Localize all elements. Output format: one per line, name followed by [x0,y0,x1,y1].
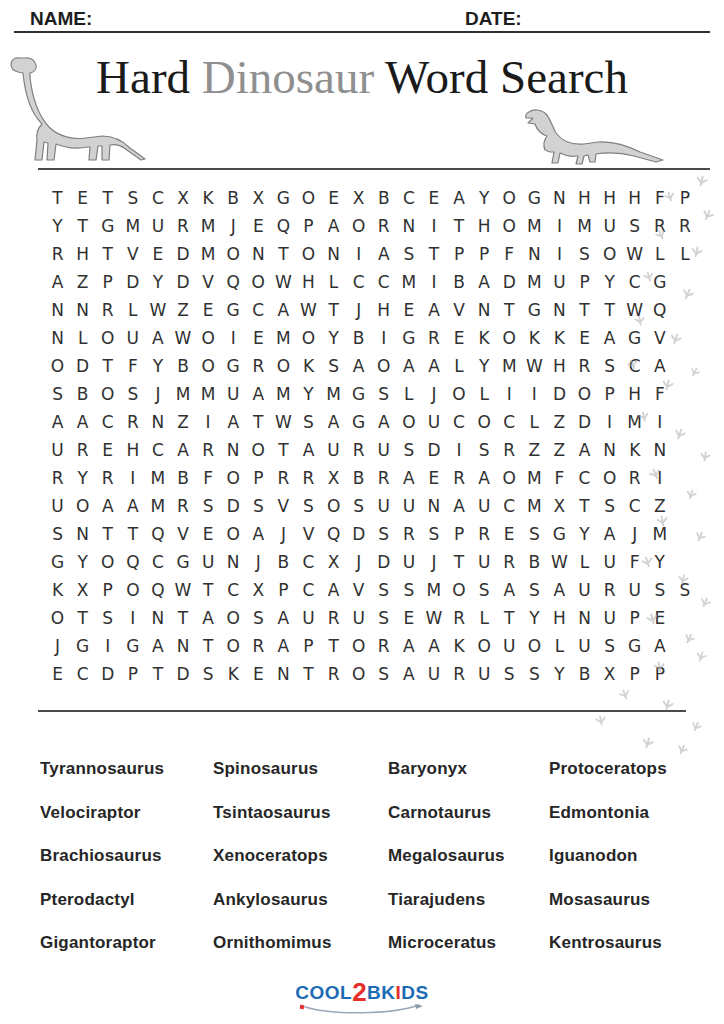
grid-cell: O [597,464,622,492]
grid-cell: O [597,240,622,268]
grid-cell: A [396,632,421,660]
grid-cell: R [45,240,70,268]
grid-cell: N [70,296,95,324]
grid-cell: O [396,408,421,436]
grid-cell: T [447,548,472,576]
grid-cell: Q [271,212,296,240]
word-list-column-2: SpinosaurusTsintaosaurusXenoceratopsAnky… [213,760,332,978]
grid-cell: Z [170,296,195,324]
dino-footprint-icon [688,719,704,735]
grid-cell: T [196,576,221,604]
grid-cell: A [396,352,421,380]
grid-cell: Q [145,520,170,548]
grid-cell: R [447,660,472,688]
grid-cell: A [271,296,296,324]
grid-cell: I [120,604,145,632]
grid-cell: A [547,576,572,604]
word-list-item: Protoceratops [549,760,667,778]
grid-cell: M [170,380,195,408]
grid-cell: H [547,604,572,632]
grid-cell: H [120,436,145,464]
grid-cell: E [396,604,421,632]
grid-cell: P [472,240,497,268]
grid-cell: O [221,520,246,548]
grid-cell: M [271,380,296,408]
grid-cell: A [396,464,421,492]
grid-cell: S [597,352,622,380]
word-list-item: Tsintaosaurus [213,804,332,822]
grid-cell: R [346,436,371,464]
grid-cell: L [672,240,697,268]
grid-cell: A [497,576,522,604]
grid-cell: R [497,548,522,576]
grid-cell: W [622,296,647,324]
logo-letter-group: BK [367,982,395,1003]
grid-cell: C [145,184,170,212]
grid-cell [672,408,697,436]
grid-cell: P [246,464,271,492]
grid-cell: T [421,240,446,268]
grid-cell: Y [45,212,70,240]
grid-cell: U [472,548,497,576]
grid-cell [672,268,697,296]
cool2bkids-logo: COOL2BKIDS [295,982,429,1004]
grid-cell: G [120,632,145,660]
grid-cell: G [221,296,246,324]
grid-cell: L [321,268,346,296]
grid-cell [672,436,697,464]
grid-cell: G [522,296,547,324]
word-list-item: Edmontonia [549,804,667,822]
grid-cell: P [296,212,321,240]
grid-cell: L [396,380,421,408]
dino-footprint-icon [617,687,632,702]
grid-cell: R [321,604,346,632]
grid-cell: D [572,408,597,436]
grid-cell: Z [170,408,195,436]
word-list-column-4: ProtoceratopsEdmontoniaIguanodonMosasaur… [549,760,667,978]
grid-cell: J [421,380,446,408]
word-list-column-1: TyrannosaurusVelociraptorBrachiosaurusPt… [40,760,164,978]
grid-cell: D [170,240,195,268]
grid-cell: G [346,408,371,436]
grid-cell: R [597,576,622,604]
grid-cell: O [321,492,346,520]
grid-cell: U [371,436,396,464]
grid-cell: O [522,632,547,660]
grid-cell: G [170,548,195,576]
grid-cell: X [321,464,346,492]
grid-cell: I [421,268,446,296]
grid-cell: F [547,464,572,492]
grid-cell: K [45,576,70,604]
grid-cell: V [647,324,672,352]
grid-cell: A [572,436,597,464]
grid-cell: K [296,352,321,380]
grid-cell: S [371,576,396,604]
logo-letter-group: COOL [295,982,352,1003]
grid-cell: N [647,436,672,464]
grid-cell: O [497,212,522,240]
grid-cell: D [421,436,446,464]
grid-cell: S [522,660,547,688]
grid-cell: S [522,576,547,604]
grid-cell: I [447,436,472,464]
grid-bottom-rule [38,710,686,712]
logo-letter-group: 2 [352,977,367,1007]
grid-cell: O [45,604,70,632]
word-list-column-3: BaryonyxCarnotaurusMegalosaurusTiarajude… [388,760,505,978]
grid-cell: M [196,380,221,408]
grid-cell: O [45,352,70,380]
grid-cell: E [321,184,346,212]
grid-cell: S [296,408,321,436]
grid-cell: U [145,212,170,240]
grid-cell: A [271,632,296,660]
grid-cell: J [346,296,371,324]
grid-cell: O [95,548,120,576]
grid-cell: L [447,352,472,380]
grid-cell: J [145,380,170,408]
grid-cell: R [421,324,446,352]
grid-cell: U [547,268,572,296]
grid-cell: Y [597,268,622,296]
grid-cell: M [396,268,421,296]
dino-footprint-icon [639,735,655,751]
grid-cell: E [421,464,446,492]
grid-cell: O [296,240,321,268]
grid-cell: P [622,604,647,632]
grid-cell: O [346,632,371,660]
grid-cell: B [170,352,195,380]
grid-cell: M [196,240,221,268]
grid-cell: L [472,604,497,632]
grid-cell: R [447,464,472,492]
grid-cell: X [346,184,371,212]
grid-cell: E [246,660,271,688]
grid-cell: W [522,352,547,380]
grid-cell: N [45,296,70,324]
grid-cell: H [572,184,597,212]
grid-cell: R [447,604,472,632]
grid-cell: P [597,380,622,408]
grid-cell: K [622,436,647,464]
grid-cell: L [547,632,572,660]
grid-cell: G [95,212,120,240]
grid-cell: O [371,352,396,380]
word-list-item: Brachiosaurus [40,847,164,865]
grid-cell: Y [472,352,497,380]
grid-cell: O [95,380,120,408]
grid-cell: K [221,660,246,688]
grid-cell: R [95,464,120,492]
grid-cell: S [196,660,221,688]
grid-cell: Q [120,548,145,576]
grid-cell: F [120,352,145,380]
grid-cell: F [196,464,221,492]
grid-cell: I [647,408,672,436]
grid-cell: O [572,380,597,408]
grid-cell: T [321,632,346,660]
grid-cell: S [45,380,70,408]
grid-cell: G [271,184,296,212]
grid-cell: O [246,436,271,464]
grid-cell: L [120,296,145,324]
grid-cell: C [221,576,246,604]
grid-cell: J [246,548,271,576]
word-list-item: Baryonyx [388,760,505,778]
grid-cell: U [597,604,622,632]
grid-cell: Y [572,520,597,548]
grid-cell: I [522,380,547,408]
grid-cell: O [221,632,246,660]
grid-cell: X [246,184,271,212]
grid-cell: G [70,632,95,660]
grid-cell: O [120,576,145,604]
grid-cell: Y [547,660,572,688]
word-list-item: Velociraptor [40,804,164,822]
grid-cell: A [597,520,622,548]
grid-cell: A [70,408,95,436]
grid-cell [672,492,697,520]
grid-cell: E [647,604,672,632]
grid-cell: R [296,464,321,492]
grid-cell: U [396,548,421,576]
grid-cell: R [371,212,396,240]
grid-cell: J [622,520,647,548]
grid-cell: S [371,604,396,632]
grid-cell: U [472,660,497,688]
grid-cell: A [421,296,446,324]
word-list-item: Iguanodon [549,847,667,865]
grid-cell: V [296,520,321,548]
grid-cell: E [246,324,271,352]
grid-cell: A [196,604,221,632]
grid-cell: K [196,184,221,212]
grid-cell: Z [647,492,672,520]
grid-cell: P [296,632,321,660]
grid-cell [672,464,697,492]
grid-cell: A [472,464,497,492]
grid-cell: I [497,380,522,408]
grid-cell: G [622,632,647,660]
grid-cell: S [472,436,497,464]
grid-cell: G [346,380,371,408]
grid-cell: D [95,660,120,688]
grid-cell [672,604,697,632]
grid-cell: C [622,492,647,520]
grid-cell: H [296,268,321,296]
grid-cell: Y [472,184,497,212]
grid-cell: Z [522,436,547,464]
grid-cell: P [120,660,145,688]
grid-cell: H [622,184,647,212]
grid-cell: Z [547,436,572,464]
grid-cell: L [472,380,497,408]
grid-cell: T [45,184,70,212]
grid-cell: O [221,240,246,268]
grid-cell: W [296,296,321,324]
grid-cell [672,632,697,660]
grid-cell: S [647,576,672,604]
grid-cell: S [396,240,421,268]
grid-cell: J [221,212,246,240]
word-list-item: Microceratus [388,934,505,952]
grid-cell: P [447,240,472,268]
grid-cell: E [196,520,221,548]
grid-cell: S [396,436,421,464]
word-list-item: Ankylosaurus [213,891,332,909]
grid-cell: O [346,212,371,240]
grid-cell: C [346,268,371,296]
grid-cell: M [145,492,170,520]
grid-cell: Q [145,576,170,604]
grid-cell: B [371,184,396,212]
grid-cell: P [572,268,597,296]
grid-cell: R [622,464,647,492]
grid-cell: O [196,352,221,380]
grid-cell: S [120,184,145,212]
grid-cell: V [271,492,296,520]
grid-cell: N [246,240,271,268]
grid-cell: T [95,520,120,548]
logo-letter-group: DS [401,982,428,1003]
grid-cell: E [196,296,221,324]
word-list-item: Pterodactyl [40,891,164,909]
grid-cell: G [647,268,672,296]
grid-cell: U [120,324,145,352]
grid-cell: G [622,324,647,352]
dino-footprint-icon [674,742,690,758]
grid-cell: T [120,520,145,548]
grid-cell: I [547,240,572,268]
grid-cell: S [196,492,221,520]
word-search-grid: TETSCXKBXGOEXBCEAYOGNHHHFPYTGMURMJEQPAOR… [45,184,698,688]
grid-cell: X [246,576,271,604]
sauropod-illustration [6,56,146,166]
grid-cell: N [221,548,246,576]
grid-cell [672,296,697,324]
grid-cell: J [346,548,371,576]
grid-cell: S [321,352,346,380]
grid-cell: U [321,436,346,464]
grid-cell: U [472,492,497,520]
grid-cell: T [95,240,120,268]
word-list-item: Mosasaurus [549,891,667,909]
grid-cell: N [321,240,346,268]
grid-cell: C [145,436,170,464]
grid-cell: Z [547,408,572,436]
grid-cell: A [246,520,271,548]
grid-cell: D [497,268,522,296]
word-list-item: Tiarajudens [388,891,505,909]
grid-cell: R [246,632,271,660]
grid-cell: Y [321,324,346,352]
word-list-item: Spinosaurus [213,760,332,778]
grid-cell: S [45,520,70,548]
grid-top-rule [38,168,710,170]
grid-cell: R [672,212,697,240]
grid-cell: M [145,464,170,492]
grid-cell: V [120,240,145,268]
grid-cell: T [70,604,95,632]
grid-cell: T [70,212,95,240]
grid-cell: U [45,492,70,520]
grid-cell: F [647,380,672,408]
grid-cell: R [371,632,396,660]
grid-cell: I [597,408,622,436]
grid-cell: X [70,576,95,604]
grid-cell: Y [522,604,547,632]
grid-cell: N [547,184,572,212]
grid-cell: L [522,408,547,436]
grid-cell: J [421,548,446,576]
grid-cell: S [95,604,120,632]
grid-cell: E [45,660,70,688]
grid-cell: T [572,492,597,520]
grid-cell: A [472,268,497,296]
grid-cell: L [572,548,597,576]
grid-cell: S [371,520,396,548]
grid-cell: U [597,212,622,240]
grid-cell: V [346,576,371,604]
grid-cell: C [497,408,522,436]
word-list-item: Kentrosaurus [549,934,667,952]
grid-cell: T [271,240,296,268]
grid-cell: T [572,296,597,324]
grid-cell: D [170,268,195,296]
grid-cell: U [597,548,622,576]
grid-cell: A [421,632,446,660]
grid-cell: V [447,296,472,324]
grid-cell: T [321,296,346,324]
grid-cell: Y [145,268,170,296]
grid-cell: A [296,436,321,464]
grid-cell: N [221,436,246,464]
grid-cell [672,548,697,576]
grid-cell: M [522,492,547,520]
grid-cell: C [622,352,647,380]
grid-cell: R [497,436,522,464]
grid-cell: T [497,604,522,632]
grid-cell: N [396,212,421,240]
grid-cell: A [647,352,672,380]
grid-cell: A [45,268,70,296]
grid-cell: I [371,324,396,352]
grid-cell: B [447,268,472,296]
grid-cell: S [246,604,271,632]
grid-cell: M [421,576,446,604]
grid-cell: U [622,576,647,604]
grid-cell: A [246,380,271,408]
grid-cell: I [196,408,221,436]
grid-cell: U [221,380,246,408]
grid-cell: J [45,632,70,660]
grid-cell: T [246,408,271,436]
grid-cell: G [522,184,547,212]
grid-cell: S [597,632,622,660]
grid-cell: A [45,408,70,436]
grid-cell: S [522,520,547,548]
grid-cell: C [296,576,321,604]
grid-cell: A [371,408,396,436]
word-list-item: Megalosaurus [388,847,505,865]
grid-cell: W [622,240,647,268]
grid-cell: U [396,492,421,520]
grid-cell: S [346,492,371,520]
grid-cell: C [622,268,647,296]
grid-cell: W [170,576,195,604]
